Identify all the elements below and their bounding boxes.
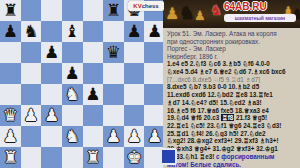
square-g7: ♟ [124,21,145,42]
square-h7: ♟ [144,21,165,42]
square-g4 [124,84,145,105]
kvchess-watermark: KVchess [128,1,164,11]
square-e8 [83,0,104,21]
square-d8 [62,0,83,21]
move-text: 22.♖e1 ♘c5! 23.♘f1 ♕g6 24.♖e3 ♘d3! [167,122,281,129]
square-a8: ♜ [0,0,21,21]
white-pawn-a2: ♟ [0,126,21,147]
notation-panel: Урок 51. Эм. Ласкер. Атака на короля при… [163,28,300,168]
dark-piece-icon: ♞ [179,2,195,23]
gold-pawn-icon: ♟ [165,4,179,23]
square-b8 [21,0,42,21]
black-pawn-g7: ♟ [124,21,145,42]
black-knight-b7: ♞ [21,21,42,42]
black-bishop-d7: ♝ [62,21,83,42]
move-text: [7...dxc6 8.dxe5 ♘f5 9.♖d1 ♗d7] [167,76,260,83]
move-text: с форсированным [216,153,274,160]
current-move-highlight: ♖f8 [221,114,234,121]
square-b4 [21,84,42,105]
black-queen-f6: ♛ [103,42,124,63]
square-d1 [62,147,83,168]
square-f2: ♟ [103,126,124,147]
white-rook-a1: ♜ [0,147,21,168]
square-f1 [103,147,124,168]
black-pawn-c6: ♟ [41,42,62,63]
lesson-title-line2: при односторонних рокировках. [167,38,300,46]
event-line: Нюрнберг, 1896 г. [167,53,300,61]
move-text: 16.♗e5 f6 17.♕a6 fxe5 18.♕xa3 e4 [167,107,269,114]
move-text: ♘xe4 5.d4 ♗e7 6.♕e2 ♘d6 7.♗xc6 bxc6 [167,68,286,75]
white-king-g1: ♚ [124,147,145,168]
square-d4: ♞ [62,84,83,105]
notation-line-1: 1.e4 e5 2.♘f3 ♘c6 3.♗b5 ♘f6 4.0-0 [167,60,300,68]
black-pawn-h7: ♟ [144,21,165,42]
video-frame: ♜♜♚♟♞♝♟♟♟♛♟♞♟♛♟♟♟♞♟♟♟♜♜♚ KVchess ♟ ♞ ♟ ♟… [0,0,300,168]
white-pawn-g2: ♟ [124,126,145,147]
move-text: ♗d7 14.♘e4? d5! 15.♘ed2 ♗a3! [167,99,262,106]
square-a6 [0,42,21,63]
square-f7 [103,21,124,42]
black-pawn-a7: ♟ [0,21,21,42]
gold-pawn-icon: ♟ [194,8,206,23]
watermark-text-dark: chess [142,3,159,9]
square-c5 [41,63,62,84]
square-f5 [103,63,124,84]
move-list: 1.e4 e5 2.♘f3 ♘c6 3.♗b5 ♘f6 4.0-0♘xe4 5.… [167,60,300,168]
square-h2: ♟ [144,126,165,147]
move-text: матом! Белые сдались. [167,161,241,168]
square-f4 [103,84,124,105]
corner-logo-box [160,148,177,165]
square-e2 [83,126,104,147]
square-e6 [83,42,104,63]
notation-line-4: 8.dxe5 ♘b7 9.b3 0-0 10.♗b2 d5 [167,83,300,91]
black-rook-a8: ♜ [0,0,21,21]
square-f3 [103,105,124,126]
shop-subtitle: шахматный магазин [224,14,296,22]
square-h4 [144,84,165,105]
notation-line-3: [7...dxc6 8.dxe5 ♘f5 9.♖d1 ♗d7] [167,76,300,84]
square-a3: ♛ [0,105,21,126]
square-f8: ♜ [103,0,124,21]
move-text: 1.e4 e5 2.♘f3 ♘c6 3.♗b5 ♘f6 4.0-0 [167,60,270,67]
square-a2: ♟ [0,126,21,147]
square-c7 [41,21,62,42]
square-g5 [124,63,145,84]
square-b3: ♟ [21,105,42,126]
square-h5 [144,63,165,84]
white-pawn-h2: ♟ [144,126,165,147]
players-line: Поргес - Эм. Ласкер [167,45,300,53]
square-h6 [144,42,165,63]
square-f6: ♛ [103,42,124,63]
black-pawn-d5: ♟ [62,63,83,84]
white-rook-e1: ♜ [83,147,104,168]
white-knight-d2: ♞ [62,126,83,147]
square-d7: ♝ [62,21,83,42]
watermark-text-red: KV [133,3,141,9]
square-b1 [21,147,42,168]
notation-line-6: ♗d7 14.♘e4? d5! 15.♘ed2 ♗a3! [167,99,300,107]
notation-line-13: h4 33.♘h1 ♖e3! с форсированным [167,153,300,161]
square-a5 [0,63,21,84]
square-d5: ♟ [62,63,83,84]
shop-logo-text: 64AB.RU [224,1,267,12]
move-text: 25.♖d1 ♘f4! 26.♘g3 h5! 27.♘de2 [167,130,266,137]
square-h3 [144,105,165,126]
square-e7 [83,21,104,42]
white-knight-d4: ♞ [62,84,83,105]
square-a7: ♟ [0,21,21,42]
white-pawn-f2: ♟ [103,126,124,147]
white-pawn-c3: ♟ [41,105,62,126]
square-e4: ♟ [83,84,104,105]
black-pawn-e4: ♟ [83,84,104,105]
notation-line-11: ♘xg2! 28.♔xg2 exf3+! 29.♖xf3 ♗h3+! [167,137,300,145]
notation-line-8: 19.♘d4 ♕f6 20.c3 ♖f8 21.f3 ♕g5! [167,114,300,122]
square-c6: ♟ [41,42,62,63]
white-queen-a3: ♛ [0,105,21,126]
notation-line-7: 16.♗e5 f6 17.♕a6 fxe5 18.♕xa3 e4 [167,107,300,115]
move-text: 30.♔xh3 ♕g4+ 31.♔g2 ♕xf3+ 32.♔g1 [167,145,278,152]
move-text: 19.♘d4 ♕f6 20.c3 [167,114,221,121]
square-b5 [21,63,42,84]
square-a1: ♜ [0,147,21,168]
square-d6 [62,42,83,63]
move-text: 21.f3 ♕g5! [234,114,267,121]
square-c2 [41,126,62,147]
chess-board: ♜♜♚♟♞♝♟♟♟♛♟♞♟♛♟♟♟♞♟♟♟♜♜♚ [0,0,165,168]
white-pawn-b3: ♟ [21,105,42,126]
square-c3: ♟ [41,105,62,126]
square-b7: ♞ [21,21,42,42]
square-g1: ♚ [124,147,145,168]
square-b6 [21,42,42,63]
move-text: 8.dxe5 ♘b7 9.b3 0-0 10.♗b2 d5 [167,83,259,90]
notation-line-10: 25.♖d1 ♘f4! 26.♘g3 h5! 27.♘de2 [167,130,300,138]
square-g6 [124,42,145,63]
square-e3 [83,105,104,126]
notation-line-14: матом! Белые сдались. [167,161,300,168]
square-d2: ♞ [62,126,83,147]
square-c4 [41,84,62,105]
square-c8 [41,0,62,21]
square-e5 [83,63,104,84]
square-e1: ♜ [83,147,104,168]
lesson-title-line1: Урок 51. Эм. Ласкер. Атака на короля [167,30,300,38]
shop-banner: ♟ ♞ ♟ ♟ ♟ ♞ 64AB.RU шахматный магазин [163,0,300,28]
notation-line-2: ♘xe4 5.d4 ♗e7 6.♕e2 ♘d6 7.♗xc6 bxc6 [167,68,300,76]
move-text: 11.exd6 cxd6 12.♘bd2 ♖e8 13.♖fe1 [167,91,273,98]
notation-line-5: 11.exd6 cxd6 12.♘bd2 ♖e8 13.♖fe1 [167,91,300,99]
square-g3 [124,105,145,126]
square-b2 [21,126,42,147]
black-rook-f8: ♜ [103,0,124,21]
square-d3 [62,105,83,126]
move-text: ♘xg2! 28.♔xg2 exf3+! 29.♖xf3 ♗h3+! [167,137,278,144]
square-c1 [41,147,62,168]
square-a4 [0,84,21,105]
notation-line-12: 30.♔xh3 ♕g4+ 31.♔g2 ♕xf3+ 32.♔g1 [167,145,300,153]
square-g2: ♟ [124,126,145,147]
logo-knight-icon: ♞ [210,2,223,18]
notation-line-9: 22.♖e1 ♘c5! 23.♘f1 ♕g6 24.♖e3 ♘d3! [167,122,300,130]
